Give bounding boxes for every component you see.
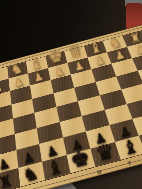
file-coordinate-label: f: [128, 160, 133, 167]
square-d8: ♛: [90, 142, 120, 167]
board-grid: ♜♞♝♚♛♝♞♜♟♟♟♟♟♟♟♟♟♟♟♟♟♟♟♟♜♞♝♚♛♝♞♜: [0, 30, 142, 189]
board-tilt: ♜♞♝♚♛♝♞♜♟♟♟♟♟♟♟♟♟♟♟♟♟♟♟♟♜♞♝♚♛♝♞♜ gf: [0, 23, 142, 189]
chess-board: ♜♞♝♚♛♝♞♜♟♟♟♟♟♟♟♟♟♟♟♟♟♟♟♟♜♞♝♚♛♝♞♜ gf: [0, 23, 142, 189]
black-bishop: ♝: [115, 134, 142, 159]
board-scene: ♜♞♝♚♛♝♞♜♟♟♟♟♟♟♟♟♟♟♟♟♟♟♟♟♜♞♝♚♛♝♞♜ gf: [0, 0, 142, 189]
square-g8: ♞: [18, 161, 45, 186]
square-h8: ♜: [0, 168, 20, 189]
chess-board-photo: ♜♞♝♚♛♝♞♜♟♟♟♟♟♟♟♟♟♟♟♟♟♟♟♟♜♞♝♚♛♝♞♜ gf: [0, 0, 142, 189]
file-coordinate-label: g: [96, 168, 102, 175]
black-rook: ♜: [0, 171, 20, 189]
